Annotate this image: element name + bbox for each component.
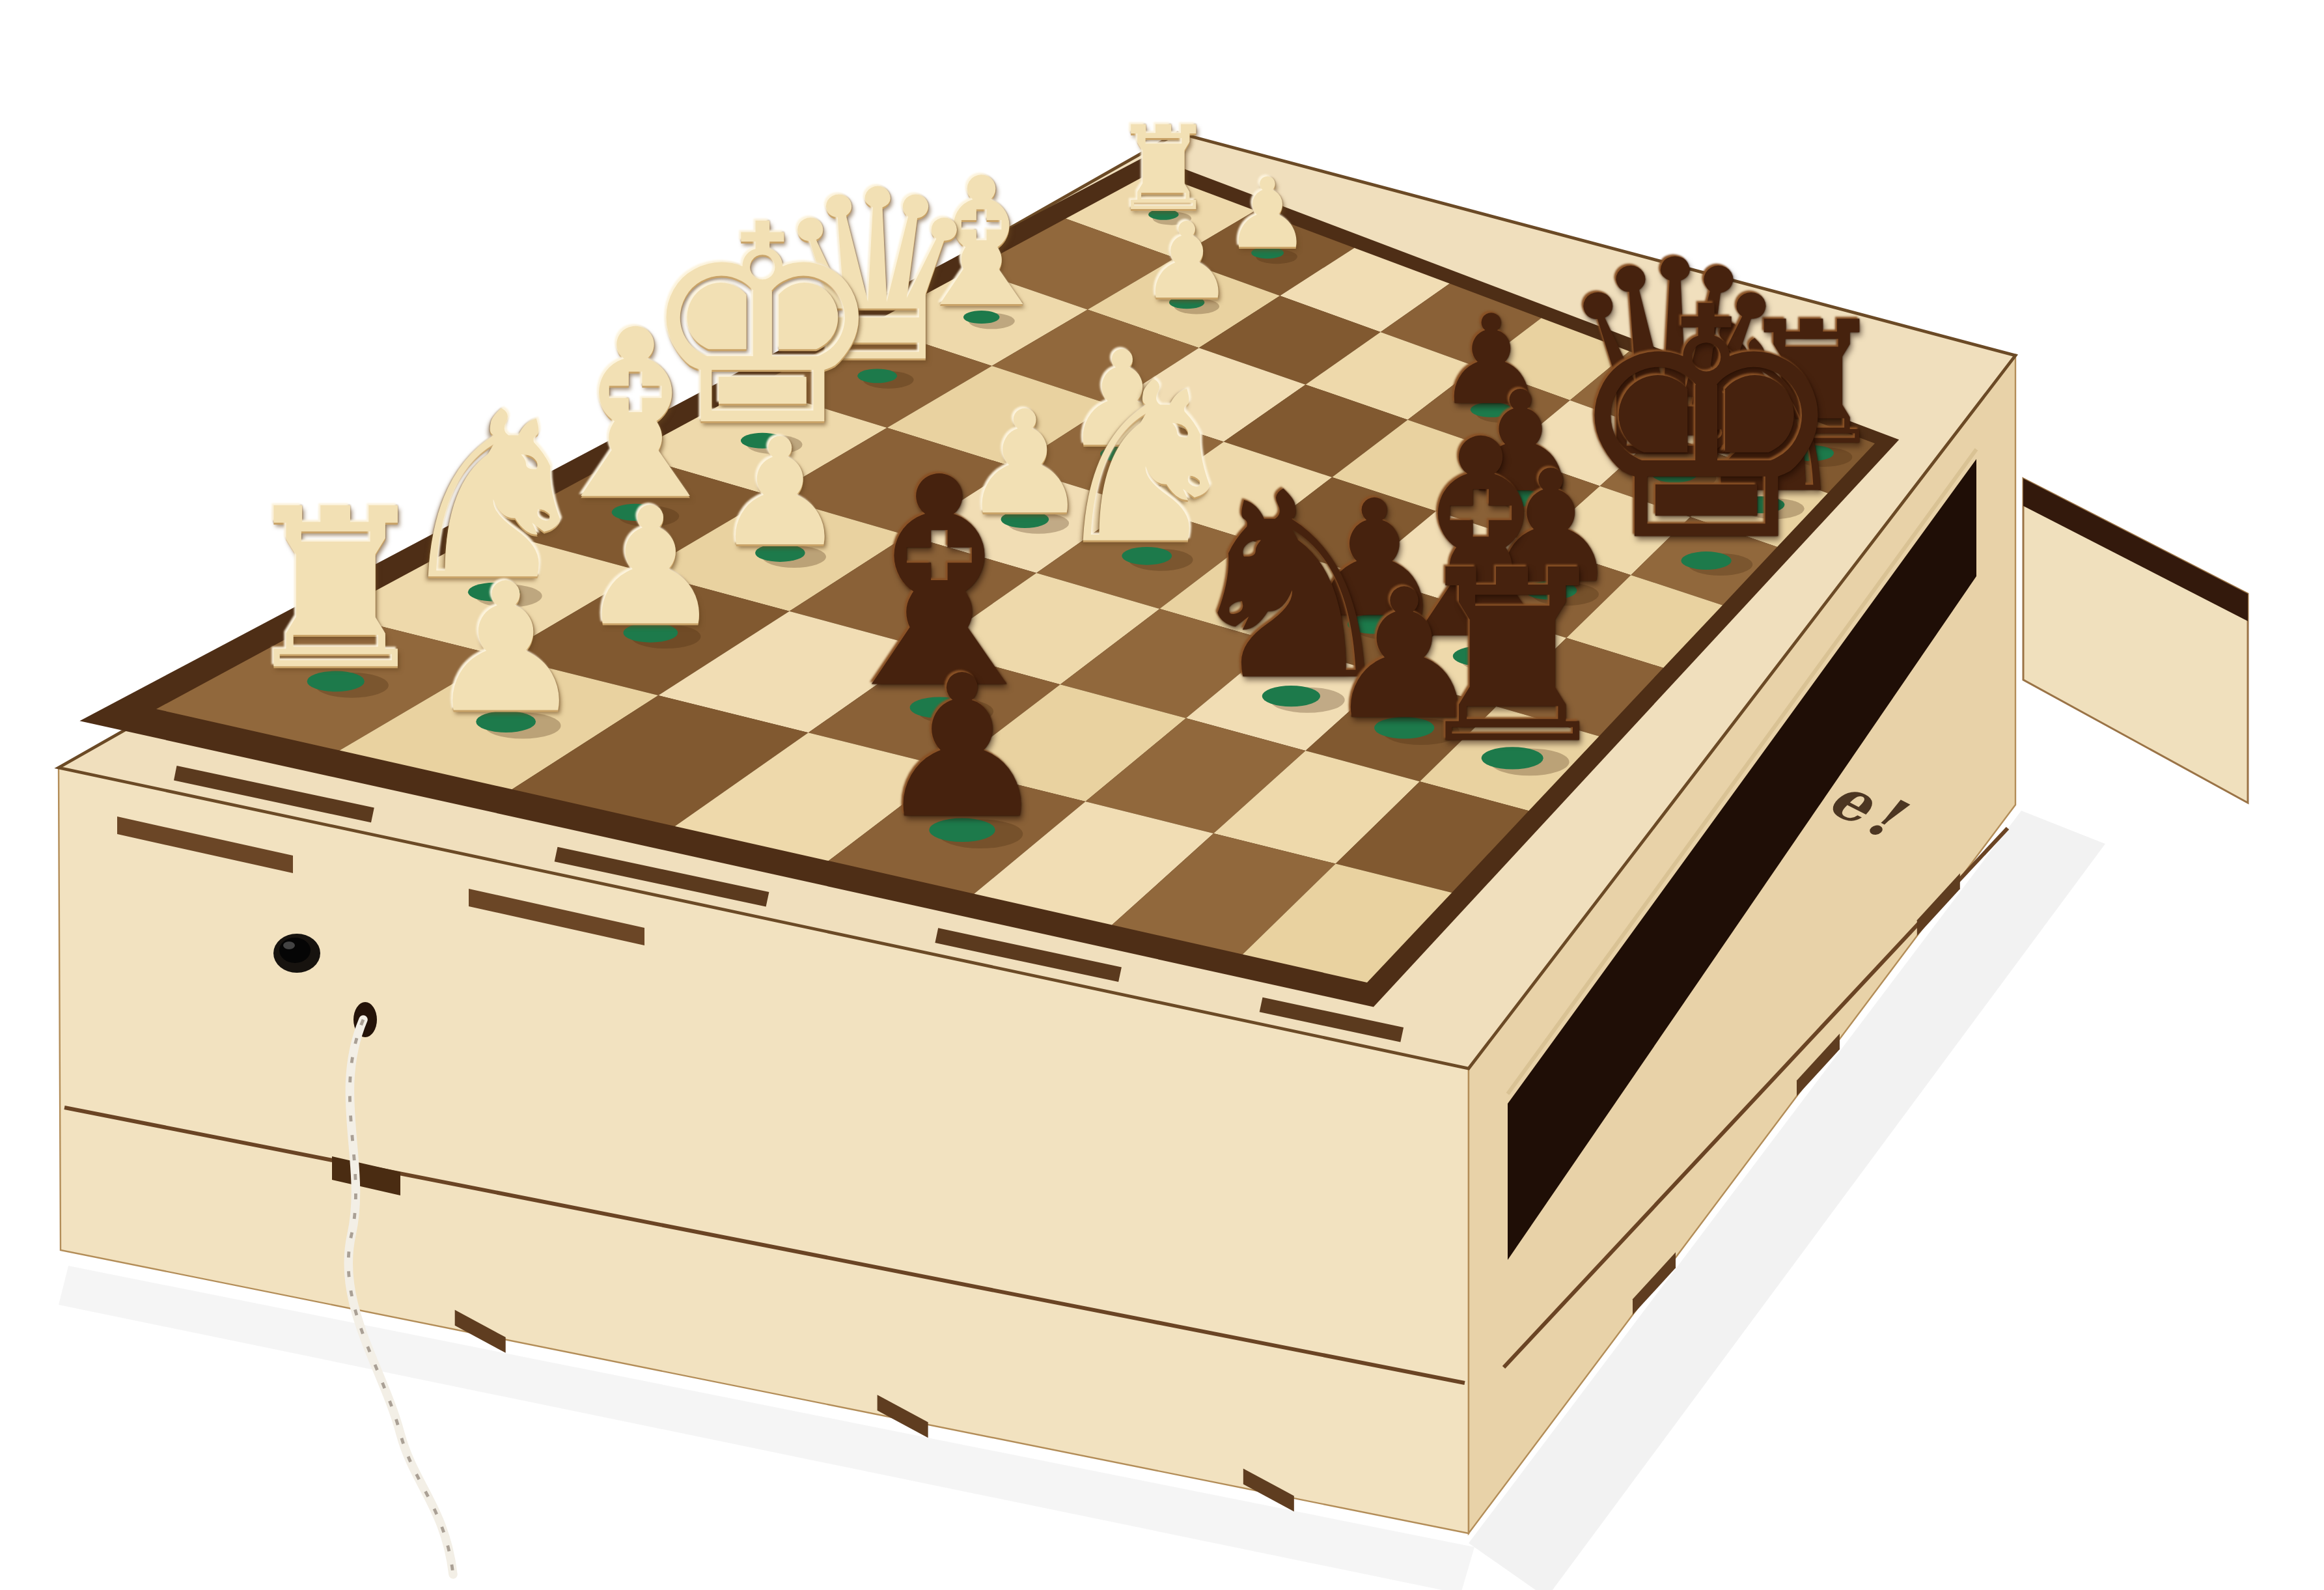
felt-pad	[1169, 296, 1204, 309]
felt-pad	[1122, 547, 1172, 565]
felt-pad	[1453, 646, 1509, 666]
felt-pad	[476, 711, 536, 732]
push-button-highlight	[283, 941, 295, 949]
felt-pad	[755, 544, 805, 562]
felt-pad	[623, 623, 678, 643]
felt-pad	[1348, 615, 1402, 634]
felt-pad	[307, 671, 365, 692]
felt-pad	[857, 369, 897, 383]
chess-box-scene: ♜♝♛♚♝♞♜♟♟♟♟♟♟♟♞♜♞♚♜♛♟♝♟♟♟♟♞♟♟♝ e!	[0, 0, 2324, 1590]
felt-pad	[741, 433, 784, 449]
felt-pad	[1681, 551, 1731, 570]
felt-pad	[1001, 510, 1049, 528]
felt-pad	[1497, 490, 1544, 507]
photo-viewport: ♜♝♛♚♝♞♜♟♟♟♟♟♟♟♞♜♞♚♜♛♟♝♟♟♟♟♞♟♟♝ e!	[0, 0, 2324, 1590]
felt-pad	[612, 504, 659, 521]
felt-pad	[1708, 415, 1750, 430]
felt-pad	[1148, 209, 1178, 220]
felt-pad	[963, 311, 1000, 324]
scene-svg	[0, 0, 2324, 1590]
felt-pad	[1471, 402, 1512, 417]
felt-pad	[1374, 717, 1434, 738]
felt-pad	[1251, 247, 1284, 258]
felt-pad	[1262, 686, 1320, 706]
felt-pad	[1737, 496, 1784, 513]
felt-pad	[1525, 581, 1577, 600]
felt-pad	[1100, 446, 1144, 462]
felt-pad	[1790, 445, 1834, 461]
push-button-cap	[279, 938, 311, 963]
felt-pad	[1482, 747, 1543, 769]
drawer-panel	[2023, 479, 2248, 803]
felt-pad	[468, 583, 520, 602]
felt-pad	[929, 818, 995, 843]
felt-pad	[1652, 466, 1698, 482]
felt-pad	[910, 697, 969, 718]
